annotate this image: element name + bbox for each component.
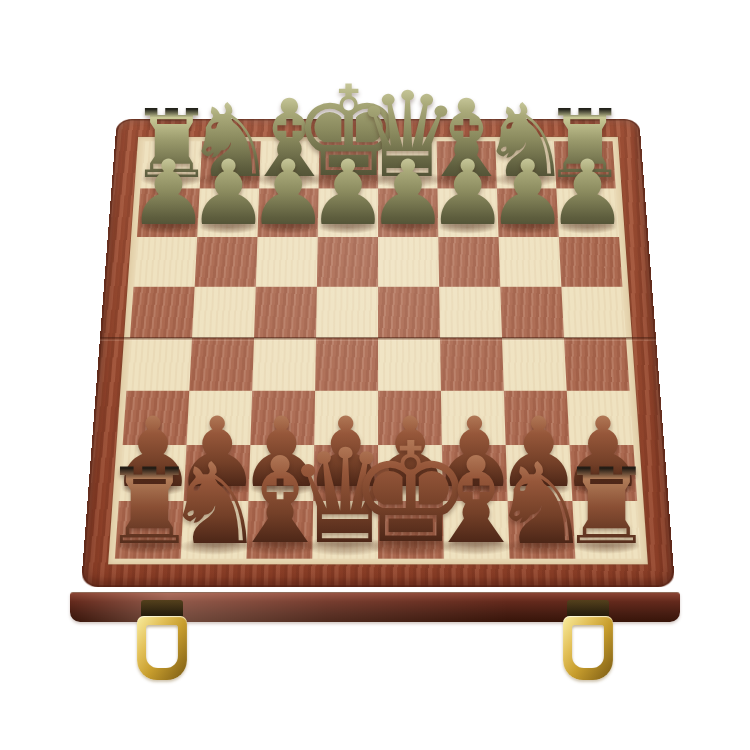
square-c5[interactable] — [254, 287, 317, 338]
square-c2[interactable] — [248, 445, 314, 501]
square-a4[interactable] — [126, 338, 192, 391]
clasp-loop-icon — [563, 616, 613, 680]
square-b3[interactable] — [186, 391, 252, 445]
square-e8[interactable] — [378, 141, 437, 188]
brass-clasp-left[interactable] — [137, 598, 187, 684]
square-a3[interactable] — [123, 391, 190, 445]
square-b7[interactable] — [197, 188, 259, 236]
product-photo-stage: ♜♞♝♚♛♝♞♜♟♟♟♟♟♟♟♟♟♟♟♟♟♟♟♟♜♞♝♛♚♝♞♜ — [0, 0, 750, 750]
square-a5[interactable] — [130, 287, 195, 338]
square-g1[interactable] — [508, 501, 576, 559]
square-h6[interactable] — [559, 237, 623, 287]
square-b4[interactable] — [189, 338, 254, 391]
square-e2[interactable] — [378, 445, 443, 501]
square-d3[interactable] — [314, 391, 378, 445]
square-a2[interactable] — [119, 445, 187, 501]
square-f8[interactable] — [437, 141, 497, 188]
square-d4[interactable] — [315, 338, 378, 391]
square-e7[interactable] — [378, 188, 438, 236]
square-h3[interactable] — [567, 391, 634, 445]
board-inner-border — [108, 137, 648, 565]
square-g8[interactable] — [495, 141, 556, 188]
brass-clasp-right[interactable] — [563, 598, 613, 684]
square-e5[interactable] — [378, 287, 440, 338]
square-b6[interactable] — [195, 237, 258, 287]
square-h5[interactable] — [561, 287, 626, 338]
square-f4[interactable] — [440, 338, 504, 391]
fold-seam — [100, 337, 656, 340]
square-h1[interactable] — [572, 501, 641, 559]
square-d7[interactable] — [318, 188, 378, 236]
square-d6[interactable] — [317, 237, 378, 287]
square-d2[interactable] — [313, 445, 378, 501]
square-a8[interactable] — [140, 141, 202, 188]
square-c7[interactable] — [257, 188, 318, 236]
square-b1[interactable] — [181, 501, 249, 559]
square-g2[interactable] — [506, 445, 573, 501]
square-f1[interactable] — [443, 501, 510, 559]
square-h2[interactable] — [570, 445, 638, 501]
square-c8[interactable] — [259, 141, 319, 188]
square-g6[interactable] — [499, 237, 562, 287]
board-grid — [115, 141, 641, 558]
square-c6[interactable] — [256, 237, 318, 287]
square-a6[interactable] — [134, 237, 198, 287]
square-e6[interactable] — [378, 237, 439, 287]
square-b5[interactable] — [192, 287, 256, 338]
square-h8[interactable] — [554, 141, 616, 188]
square-c1[interactable] — [246, 501, 313, 559]
square-h7[interactable] — [556, 188, 619, 236]
square-f6[interactable] — [438, 237, 500, 287]
square-b2[interactable] — [184, 445, 251, 501]
clasp-loop-icon — [137, 616, 187, 680]
square-b8[interactable] — [200, 141, 261, 188]
square-d1[interactable] — [312, 501, 378, 559]
square-d8[interactable] — [319, 141, 378, 188]
square-g5[interactable] — [500, 287, 564, 338]
square-e3[interactable] — [378, 391, 442, 445]
square-f7[interactable] — [437, 188, 498, 236]
square-g3[interactable] — [504, 391, 570, 445]
square-g7[interactable] — [497, 188, 559, 236]
square-e4[interactable] — [378, 338, 441, 391]
square-f2[interactable] — [442, 445, 508, 501]
square-f3[interactable] — [441, 391, 506, 445]
square-e1[interactable] — [378, 501, 444, 559]
square-c3[interactable] — [250, 391, 315, 445]
square-d5[interactable] — [316, 287, 378, 338]
square-g4[interactable] — [502, 338, 567, 391]
square-a1[interactable] — [115, 501, 184, 559]
square-c4[interactable] — [252, 338, 316, 391]
square-a7[interactable] — [137, 188, 200, 236]
square-f5[interactable] — [439, 287, 502, 338]
chess-board — [81, 119, 675, 587]
square-h4[interactable] — [564, 338, 630, 391]
